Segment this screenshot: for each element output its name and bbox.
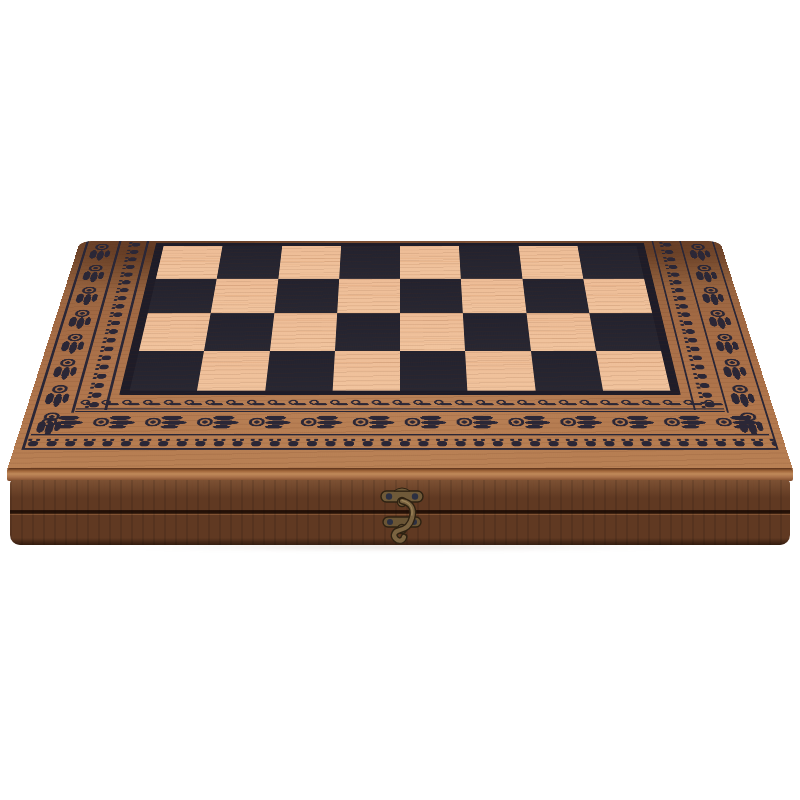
board-square-a6 (139, 313, 211, 350)
board-square-h7 (583, 278, 652, 313)
board-square-b5 (197, 351, 269, 391)
ground-shadow (30, 543, 770, 551)
board-square-b6 (204, 313, 274, 350)
ornament-line (21, 448, 778, 449)
ornament-border-right (682, 241, 770, 436)
board-square-c7 (274, 278, 339, 313)
board-square-e8 (400, 246, 461, 279)
ornament-border-left (29, 241, 117, 436)
chessboard (130, 246, 671, 391)
ornament-scroll-band-front (32, 413, 769, 432)
board-square-f8 (459, 246, 522, 279)
board-square-c8 (278, 246, 341, 279)
board-square-g8 (518, 246, 583, 279)
board-square-b8 (217, 246, 282, 279)
board-square-c5 (265, 351, 335, 391)
board-square-h8 (577, 246, 644, 279)
board-square-e5 (400, 351, 468, 391)
board-square-f7 (461, 278, 526, 313)
board-square-d7 (337, 278, 400, 313)
ornament-line (679, 241, 729, 412)
board-square-g5 (530, 351, 602, 391)
board-square-h6 (589, 313, 661, 350)
board-square-g7 (522, 278, 589, 313)
latch-hook-clasp (372, 485, 432, 547)
ornament-line (76, 408, 724, 409)
product-photo (0, 0, 800, 800)
board-square-d6 (335, 313, 400, 350)
chess-box (0, 0, 800, 800)
board-square-a8 (156, 246, 223, 279)
board-square-g6 (526, 313, 596, 350)
board-square-a7 (148, 278, 217, 313)
board-square-d8 (339, 246, 400, 279)
board-square-d5 (332, 351, 400, 391)
board-square-f5 (465, 351, 535, 391)
board-square-b7 (211, 278, 278, 313)
board-square-h5 (596, 351, 671, 391)
box-lid-top (7, 241, 793, 470)
ornament-line (22, 241, 89, 448)
ornament-scallop-row-front (23, 437, 777, 448)
board-square-f6 (463, 313, 530, 350)
ornament-line (31, 434, 769, 435)
board-square-e7 (400, 278, 463, 313)
ornament-line (71, 241, 121, 412)
ornament-wave-row (77, 399, 724, 407)
board-square-e6 (400, 313, 465, 350)
board-square-a5 (130, 351, 205, 391)
ornament-line (711, 241, 778, 448)
ornament-line (75, 411, 725, 412)
board-square-c6 (270, 313, 337, 350)
